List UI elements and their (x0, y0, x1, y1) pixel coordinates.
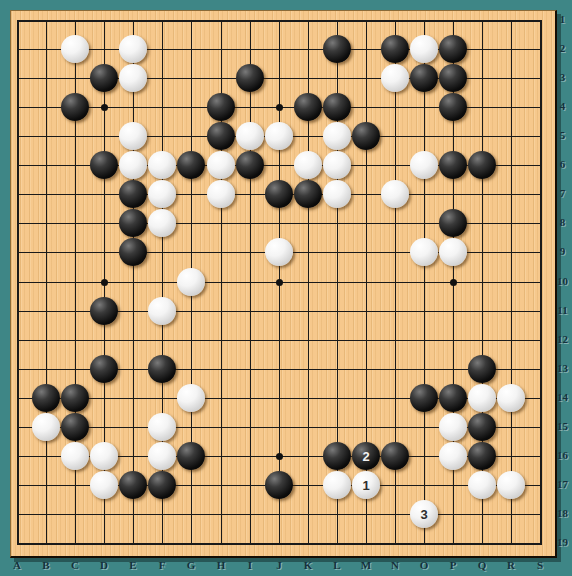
stone-white-O6[interactable] (410, 151, 438, 179)
stone-white-J9[interactable] (265, 238, 293, 266)
stone-black-P2[interactable] (439, 35, 467, 63)
stone-white-R14[interactable] (497, 384, 525, 412)
move-number: 1 (352, 471, 380, 499)
row-label-1: 1 (554, 13, 571, 25)
stone-white-E3[interactable] (119, 64, 147, 92)
col-label-D: D (94, 559, 114, 571)
grid-line-horizontal (17, 340, 542, 341)
hoshi-point (101, 279, 108, 286)
stone-white-F6[interactable] (148, 151, 176, 179)
hoshi-point (276, 279, 283, 286)
stone-black-C14[interactable] (61, 384, 89, 412)
stone-black-E9[interactable] (119, 238, 147, 266)
col-label-E: E (123, 559, 143, 571)
go-board[interactable]: 213 (10, 10, 557, 558)
stone-black-H5[interactable] (207, 122, 235, 150)
stone-black-P3[interactable] (439, 64, 467, 92)
row-label-13: 13 (554, 362, 571, 374)
hoshi-point (276, 104, 283, 111)
stone-black-J17[interactable] (265, 471, 293, 499)
row-label-9: 9 (554, 245, 571, 257)
row-label-10: 10 (554, 275, 571, 287)
col-label-R: R (501, 559, 521, 571)
stone-white-P15[interactable] (439, 413, 467, 441)
stone-white-L17[interactable] (323, 471, 351, 499)
row-label-7: 7 (554, 187, 571, 199)
hoshi-point (450, 279, 457, 286)
stone-white-O2[interactable] (410, 35, 438, 63)
stone-black-G6[interactable] (177, 151, 205, 179)
stone-black-E8[interactable] (119, 209, 147, 237)
stone-white-O18[interactable]: 3 (410, 500, 438, 528)
col-label-S: S (530, 559, 550, 571)
stone-black-H4[interactable] (207, 93, 235, 121)
stone-black-C15[interactable] (61, 413, 89, 441)
stone-black-D3[interactable] (90, 64, 118, 92)
stone-black-K4[interactable] (294, 93, 322, 121)
row-label-3: 3 (554, 71, 571, 83)
stone-black-L4[interactable] (323, 93, 351, 121)
stone-white-P16[interactable] (439, 442, 467, 470)
col-label-N: N (385, 559, 405, 571)
stone-black-M5[interactable] (352, 122, 380, 150)
stone-white-Q17[interactable] (468, 471, 496, 499)
col-label-K: K (298, 559, 318, 571)
row-label-6: 6 (554, 158, 571, 170)
grid-line-horizontal (17, 20, 542, 22)
stone-black-D6[interactable] (90, 151, 118, 179)
row-label-8: 8 (554, 216, 571, 228)
stone-black-Q16[interactable] (468, 442, 496, 470)
col-label-H: H (211, 559, 231, 571)
go-game-window: 213 ABCDEFGHIJKLMNOPQRS 1234567891011121… (0, 0, 572, 576)
stone-black-P8[interactable] (439, 209, 467, 237)
stone-white-R17[interactable] (497, 471, 525, 499)
col-label-L: L (327, 559, 347, 571)
row-label-16: 16 (554, 449, 571, 461)
col-label-F: F (152, 559, 172, 571)
row-label-19: 19 (554, 536, 571, 548)
stone-white-N3[interactable] (381, 64, 409, 92)
stone-white-P9[interactable] (439, 238, 467, 266)
stone-white-G10[interactable] (177, 268, 205, 296)
stone-white-D16[interactable] (90, 442, 118, 470)
stone-black-O3[interactable] (410, 64, 438, 92)
stone-black-E7[interactable] (119, 180, 147, 208)
row-label-14: 14 (554, 391, 571, 403)
row-label-4: 4 (554, 100, 571, 112)
stone-black-M16[interactable]: 2 (352, 442, 380, 470)
stone-white-M17[interactable]: 1 (352, 471, 380, 499)
stone-black-Q13[interactable] (468, 355, 496, 383)
col-label-J: J (269, 559, 289, 571)
stone-black-F13[interactable] (148, 355, 176, 383)
stone-black-D11[interactable] (90, 297, 118, 325)
move-number: 2 (352, 442, 380, 470)
stone-black-K7[interactable] (294, 180, 322, 208)
col-label-G: G (181, 559, 201, 571)
row-label-2: 2 (554, 42, 571, 54)
stone-white-F7[interactable] (148, 180, 176, 208)
stone-black-J7[interactable] (265, 180, 293, 208)
stone-black-P4[interactable] (439, 93, 467, 121)
stone-black-D13[interactable] (90, 355, 118, 383)
stone-white-L6[interactable] (323, 151, 351, 179)
col-label-Q: Q (472, 559, 492, 571)
stone-white-L7[interactable] (323, 180, 351, 208)
stone-black-L16[interactable] (323, 442, 351, 470)
stone-white-C2[interactable] (61, 35, 89, 63)
stone-white-E5[interactable] (119, 122, 147, 150)
stone-black-N16[interactable] (381, 442, 409, 470)
stone-white-E2[interactable] (119, 35, 147, 63)
col-label-B: B (36, 559, 56, 571)
stone-white-I5[interactable] (236, 122, 264, 150)
col-label-I: I (240, 559, 260, 571)
row-label-12: 12 (554, 333, 571, 345)
stone-black-L2[interactable] (323, 35, 351, 63)
row-label-18: 18 (554, 507, 571, 519)
stone-black-O14[interactable] (410, 384, 438, 412)
row-label-5: 5 (554, 129, 571, 141)
stone-white-G14[interactable] (177, 384, 205, 412)
stone-white-B15[interactable] (32, 413, 60, 441)
stone-black-P14[interactable] (439, 384, 467, 412)
row-label-17: 17 (554, 478, 571, 490)
stone-white-F15[interactable] (148, 413, 176, 441)
stone-black-Q6[interactable] (468, 151, 496, 179)
stone-black-B14[interactable] (32, 384, 60, 412)
col-label-O: O (414, 559, 434, 571)
stone-white-E6[interactable] (119, 151, 147, 179)
stone-white-H7[interactable] (207, 180, 235, 208)
grid-line-horizontal (17, 543, 542, 545)
stone-black-I3[interactable] (236, 64, 264, 92)
grid-line-horizontal (17, 514, 542, 515)
stone-black-N2[interactable] (381, 35, 409, 63)
stone-white-F8[interactable] (148, 209, 176, 237)
stone-white-O9[interactable] (410, 238, 438, 266)
stone-white-K6[interactable] (294, 151, 322, 179)
stone-white-D17[interactable] (90, 471, 118, 499)
col-label-A: A (7, 559, 27, 571)
stone-black-C4[interactable] (61, 93, 89, 121)
row-label-15: 15 (554, 420, 571, 432)
col-label-C: C (65, 559, 85, 571)
move-number: 3 (410, 500, 438, 528)
stone-white-L5[interactable] (323, 122, 351, 150)
stone-black-P6[interactable] (439, 151, 467, 179)
hoshi-point (276, 453, 283, 460)
col-label-P: P (443, 559, 463, 571)
row-label-11: 11 (554, 304, 571, 316)
stone-white-F16[interactable] (148, 442, 176, 470)
stone-white-J5[interactable] (265, 122, 293, 150)
stone-black-F17[interactable] (148, 471, 176, 499)
stone-white-F11[interactable] (148, 297, 176, 325)
stone-black-I6[interactable] (236, 151, 264, 179)
stone-black-E17[interactable] (119, 471, 147, 499)
stone-white-Q14[interactable] (468, 384, 496, 412)
col-label-M: M (356, 559, 376, 571)
stone-white-C16[interactable] (61, 442, 89, 470)
stone-white-H6[interactable] (207, 151, 235, 179)
stone-black-G16[interactable] (177, 442, 205, 470)
stone-black-Q15[interactable] (468, 413, 496, 441)
hoshi-point (101, 104, 108, 111)
stone-white-N7[interactable] (381, 180, 409, 208)
